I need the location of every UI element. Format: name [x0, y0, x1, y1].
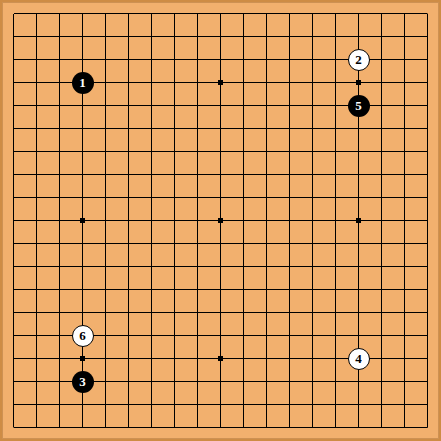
- intersection-T6: [416, 301, 439, 324]
- intersection-Q15: 5: [347, 94, 370, 117]
- intersection-Q8: [347, 255, 370, 278]
- intersection-T8: [416, 255, 439, 278]
- intersection-C2: [48, 393, 71, 416]
- intersection-P16: [324, 71, 347, 94]
- intersection-D7: [71, 278, 94, 301]
- intersection-O18: [301, 25, 324, 48]
- intersection-A12: [2, 163, 25, 186]
- intersection-R6: [370, 301, 393, 324]
- intersection-Q10: [347, 209, 370, 232]
- intersection-K11: [209, 186, 232, 209]
- intersection-K7: [209, 278, 232, 301]
- intersection-D15: [71, 94, 94, 117]
- intersection-J9: [186, 232, 209, 255]
- intersection-K17: [209, 48, 232, 71]
- intersection-M18: [255, 25, 278, 48]
- intersection-O19: [301, 2, 324, 25]
- intersection-H6: [163, 301, 186, 324]
- intersection-Q4: 4: [347, 347, 370, 370]
- intersection-M6: [255, 301, 278, 324]
- intersection-O3: [301, 370, 324, 393]
- intersection-R9: [370, 232, 393, 255]
- intersection-M3: [255, 370, 278, 393]
- intersection-S4: [393, 347, 416, 370]
- intersection-N1: [278, 416, 301, 439]
- intersection-M2: [255, 393, 278, 416]
- intersection-N15: [278, 94, 301, 117]
- intersection-E16: [94, 71, 117, 94]
- intersection-F3: [117, 370, 140, 393]
- intersection-D13: [71, 140, 94, 163]
- intersection-M11: [255, 186, 278, 209]
- intersection-Q12: [347, 163, 370, 186]
- black-stone-3: 3: [72, 371, 94, 393]
- intersection-F11: [117, 186, 140, 209]
- intersection-E11: [94, 186, 117, 209]
- intersection-S15: [393, 94, 416, 117]
- star-point-Q10: [356, 218, 361, 223]
- intersection-L3: [232, 370, 255, 393]
- intersection-A15: [2, 94, 25, 117]
- intersection-E18: [94, 25, 117, 48]
- intersection-E2: [94, 393, 117, 416]
- intersection-B2: [25, 393, 48, 416]
- intersection-E10: [94, 209, 117, 232]
- intersection-J16: [186, 71, 209, 94]
- intersection-N2: [278, 393, 301, 416]
- intersection-O14: [301, 117, 324, 140]
- intersection-P6: [324, 301, 347, 324]
- intersection-G4: [140, 347, 163, 370]
- intersection-C14: [48, 117, 71, 140]
- intersection-B14: [25, 117, 48, 140]
- intersection-A3: [2, 370, 25, 393]
- intersection-C6: [48, 301, 71, 324]
- intersection-K10: [209, 209, 232, 232]
- intersection-A18: [2, 25, 25, 48]
- intersection-O8: [301, 255, 324, 278]
- intersection-S13: [393, 140, 416, 163]
- intersection-A11: [2, 186, 25, 209]
- intersection-Q3: [347, 370, 370, 393]
- intersection-H19: [163, 2, 186, 25]
- intersection-K16: [209, 71, 232, 94]
- intersection-G11: [140, 186, 163, 209]
- intersection-N18: [278, 25, 301, 48]
- go-board: 215643: [0, 0, 441, 441]
- intersection-R12: [370, 163, 393, 186]
- intersection-G5: [140, 324, 163, 347]
- intersection-F14: [117, 117, 140, 140]
- intersection-G12: [140, 163, 163, 186]
- intersection-E7: [94, 278, 117, 301]
- intersection-M5: [255, 324, 278, 347]
- intersection-R17: [370, 48, 393, 71]
- intersection-A8: [2, 255, 25, 278]
- intersection-A9: [2, 232, 25, 255]
- intersection-B19: [25, 2, 48, 25]
- intersection-E17: [94, 48, 117, 71]
- intersection-C17: [48, 48, 71, 71]
- intersection-C11: [48, 186, 71, 209]
- intersection-H18: [163, 25, 186, 48]
- intersection-M16: [255, 71, 278, 94]
- intersection-E9: [94, 232, 117, 255]
- intersection-B15: [25, 94, 48, 117]
- intersection-D5: 6: [71, 324, 94, 347]
- intersection-P2: [324, 393, 347, 416]
- intersection-N14: [278, 117, 301, 140]
- intersection-L11: [232, 186, 255, 209]
- intersection-C9: [48, 232, 71, 255]
- intersection-G19: [140, 2, 163, 25]
- intersection-O10: [301, 209, 324, 232]
- intersection-S11: [393, 186, 416, 209]
- intersection-C18: [48, 25, 71, 48]
- intersection-J18: [186, 25, 209, 48]
- intersection-F18: [117, 25, 140, 48]
- intersection-F15: [117, 94, 140, 117]
- intersection-T11: [416, 186, 439, 209]
- intersection-S1: [393, 416, 416, 439]
- intersection-D16: 1: [71, 71, 94, 94]
- intersection-D3: 3: [71, 370, 94, 393]
- intersection-K13: [209, 140, 232, 163]
- intersection-C13: [48, 140, 71, 163]
- intersection-G13: [140, 140, 163, 163]
- intersection-M13: [255, 140, 278, 163]
- intersection-J14: [186, 117, 209, 140]
- intersection-G8: [140, 255, 163, 278]
- intersection-K6: [209, 301, 232, 324]
- intersection-T4: [416, 347, 439, 370]
- intersection-S16: [393, 71, 416, 94]
- intersection-E6: [94, 301, 117, 324]
- intersection-O13: [301, 140, 324, 163]
- intersection-S3: [393, 370, 416, 393]
- intersection-N11: [278, 186, 301, 209]
- intersection-D1: [71, 416, 94, 439]
- intersection-B3: [25, 370, 48, 393]
- intersection-D19: [71, 2, 94, 25]
- intersection-L6: [232, 301, 255, 324]
- intersection-O15: [301, 94, 324, 117]
- intersection-P13: [324, 140, 347, 163]
- intersection-J4: [186, 347, 209, 370]
- intersection-E4: [94, 347, 117, 370]
- intersection-J11: [186, 186, 209, 209]
- intersection-H2: [163, 393, 186, 416]
- intersection-P7: [324, 278, 347, 301]
- intersection-B18: [25, 25, 48, 48]
- intersection-B5: [25, 324, 48, 347]
- intersection-J12: [186, 163, 209, 186]
- intersection-B1: [25, 416, 48, 439]
- intersection-F6: [117, 301, 140, 324]
- intersection-J2: [186, 393, 209, 416]
- intersection-J19: [186, 2, 209, 25]
- intersection-H8: [163, 255, 186, 278]
- intersection-G15: [140, 94, 163, 117]
- intersection-D8: [71, 255, 94, 278]
- intersection-H11: [163, 186, 186, 209]
- intersection-P11: [324, 186, 347, 209]
- intersection-N5: [278, 324, 301, 347]
- intersection-B16: [25, 71, 48, 94]
- intersection-O5: [301, 324, 324, 347]
- intersection-J3: [186, 370, 209, 393]
- intersection-N10: [278, 209, 301, 232]
- star-point-K10: [218, 218, 223, 223]
- intersection-E14: [94, 117, 117, 140]
- intersection-B4: [25, 347, 48, 370]
- intersection-D4: [71, 347, 94, 370]
- intersection-G7: [140, 278, 163, 301]
- intersection-R19: [370, 2, 393, 25]
- intersection-R7: [370, 278, 393, 301]
- intersection-B10: [25, 209, 48, 232]
- intersection-S7: [393, 278, 416, 301]
- intersection-H4: [163, 347, 186, 370]
- intersection-Q1: [347, 416, 370, 439]
- intersection-C15: [48, 94, 71, 117]
- intersection-E8: [94, 255, 117, 278]
- intersection-H5: [163, 324, 186, 347]
- intersection-O11: [301, 186, 324, 209]
- intersection-B8: [25, 255, 48, 278]
- intersection-A2: [2, 393, 25, 416]
- intersection-G2: [140, 393, 163, 416]
- intersection-A1: [2, 416, 25, 439]
- intersection-K14: [209, 117, 232, 140]
- intersection-T14: [416, 117, 439, 140]
- intersection-M8: [255, 255, 278, 278]
- intersection-L17: [232, 48, 255, 71]
- intersection-Q11: [347, 186, 370, 209]
- intersection-G16: [140, 71, 163, 94]
- intersection-O17: [301, 48, 324, 71]
- intersection-S6: [393, 301, 416, 324]
- intersection-R14: [370, 117, 393, 140]
- intersection-Q19: [347, 2, 370, 25]
- intersection-H14: [163, 117, 186, 140]
- intersection-F2: [117, 393, 140, 416]
- intersection-E15: [94, 94, 117, 117]
- intersection-E5: [94, 324, 117, 347]
- intersection-T10: [416, 209, 439, 232]
- intersection-C7: [48, 278, 71, 301]
- intersection-F17: [117, 48, 140, 71]
- intersection-S12: [393, 163, 416, 186]
- intersection-G1: [140, 416, 163, 439]
- intersection-O1: [301, 416, 324, 439]
- intersection-Q2: [347, 393, 370, 416]
- intersection-Q9: [347, 232, 370, 255]
- intersection-D17: [71, 48, 94, 71]
- intersection-F12: [117, 163, 140, 186]
- intersection-L9: [232, 232, 255, 255]
- intersection-G10: [140, 209, 163, 232]
- intersection-E19: [94, 2, 117, 25]
- intersection-F19: [117, 2, 140, 25]
- intersection-R15: [370, 94, 393, 117]
- intersection-G14: [140, 117, 163, 140]
- intersection-H12: [163, 163, 186, 186]
- intersection-G18: [140, 25, 163, 48]
- intersection-E3: [94, 370, 117, 393]
- intersection-L18: [232, 25, 255, 48]
- intersection-T16: [416, 71, 439, 94]
- intersection-C8: [48, 255, 71, 278]
- white-stone-2: 2: [348, 49, 370, 71]
- intersection-P1: [324, 416, 347, 439]
- intersection-K1: [209, 416, 232, 439]
- intersection-C5: [48, 324, 71, 347]
- intersection-F10: [117, 209, 140, 232]
- intersection-B12: [25, 163, 48, 186]
- intersection-B7: [25, 278, 48, 301]
- intersection-R8: [370, 255, 393, 278]
- intersection-O16: [301, 71, 324, 94]
- intersection-N8: [278, 255, 301, 278]
- intersection-H10: [163, 209, 186, 232]
- intersection-R13: [370, 140, 393, 163]
- intersection-H13: [163, 140, 186, 163]
- intersection-N17: [278, 48, 301, 71]
- intersection-O12: [301, 163, 324, 186]
- intersection-P9: [324, 232, 347, 255]
- intersection-M1: [255, 416, 278, 439]
- intersection-L7: [232, 278, 255, 301]
- intersection-E1: [94, 416, 117, 439]
- intersection-T12: [416, 163, 439, 186]
- intersection-L10: [232, 209, 255, 232]
- intersection-A17: [2, 48, 25, 71]
- intersection-N19: [278, 2, 301, 25]
- intersection-B13: [25, 140, 48, 163]
- intersection-J6: [186, 301, 209, 324]
- intersection-D9: [71, 232, 94, 255]
- intersection-P14: [324, 117, 347, 140]
- intersection-T9: [416, 232, 439, 255]
- intersection-R3: [370, 370, 393, 393]
- intersection-N7: [278, 278, 301, 301]
- intersection-A16: [2, 71, 25, 94]
- intersection-H1: [163, 416, 186, 439]
- intersection-O7: [301, 278, 324, 301]
- intersection-K5: [209, 324, 232, 347]
- intersection-Q17: 2: [347, 48, 370, 71]
- intersection-B6: [25, 301, 48, 324]
- intersection-M14: [255, 117, 278, 140]
- intersection-L5: [232, 324, 255, 347]
- star-point-K4: [218, 356, 223, 361]
- intersection-O2: [301, 393, 324, 416]
- intersection-A19: [2, 2, 25, 25]
- intersection-F1: [117, 416, 140, 439]
- intersection-B11: [25, 186, 48, 209]
- intersection-O9: [301, 232, 324, 255]
- intersection-K15: [209, 94, 232, 117]
- intersection-J13: [186, 140, 209, 163]
- intersection-D10: [71, 209, 94, 232]
- intersection-C12: [48, 163, 71, 186]
- intersection-K9: [209, 232, 232, 255]
- intersection-H3: [163, 370, 186, 393]
- intersection-M15: [255, 94, 278, 117]
- intersection-J15: [186, 94, 209, 117]
- intersection-S18: [393, 25, 416, 48]
- intersection-R4: [370, 347, 393, 370]
- intersection-A4: [2, 347, 25, 370]
- intersection-T3: [416, 370, 439, 393]
- intersection-Q6: [347, 301, 370, 324]
- intersection-J5: [186, 324, 209, 347]
- intersection-N4: [278, 347, 301, 370]
- intersection-F5: [117, 324, 140, 347]
- intersection-B9: [25, 232, 48, 255]
- intersection-J1: [186, 416, 209, 439]
- intersection-B17: [25, 48, 48, 71]
- intersection-S17: [393, 48, 416, 71]
- intersection-L13: [232, 140, 255, 163]
- intersection-T5: [416, 324, 439, 347]
- intersection-F8: [117, 255, 140, 278]
- intersection-F16: [117, 71, 140, 94]
- intersection-T7: [416, 278, 439, 301]
- intersection-A5: [2, 324, 25, 347]
- intersection-D12: [71, 163, 94, 186]
- intersection-A14: [2, 117, 25, 140]
- black-stone-5: 5: [348, 95, 370, 117]
- intersection-L14: [232, 117, 255, 140]
- intersection-N6: [278, 301, 301, 324]
- intersection-S8: [393, 255, 416, 278]
- intersection-D18: [71, 25, 94, 48]
- intersection-R16: [370, 71, 393, 94]
- intersection-C19: [48, 2, 71, 25]
- intersection-M17: [255, 48, 278, 71]
- star-point-D4: [80, 356, 85, 361]
- intersection-L4: [232, 347, 255, 370]
- intersection-H17: [163, 48, 186, 71]
- intersection-O4: [301, 347, 324, 370]
- intersection-N9: [278, 232, 301, 255]
- intersection-L8: [232, 255, 255, 278]
- white-stone-4: 4: [348, 348, 370, 370]
- intersection-P10: [324, 209, 347, 232]
- intersection-M7: [255, 278, 278, 301]
- intersection-P8: [324, 255, 347, 278]
- intersection-H9: [163, 232, 186, 255]
- intersection-Q16: [347, 71, 370, 94]
- intersection-D11: [71, 186, 94, 209]
- intersection-R2: [370, 393, 393, 416]
- intersection-G3: [140, 370, 163, 393]
- intersection-K8: [209, 255, 232, 278]
- intersection-Q5: [347, 324, 370, 347]
- intersection-E13: [94, 140, 117, 163]
- intersection-P3: [324, 370, 347, 393]
- intersection-O6: [301, 301, 324, 324]
- intersection-R1: [370, 416, 393, 439]
- intersection-G6: [140, 301, 163, 324]
- intersection-J7: [186, 278, 209, 301]
- intersection-R10: [370, 209, 393, 232]
- intersection-T17: [416, 48, 439, 71]
- intersection-N16: [278, 71, 301, 94]
- intersection-T18: [416, 25, 439, 48]
